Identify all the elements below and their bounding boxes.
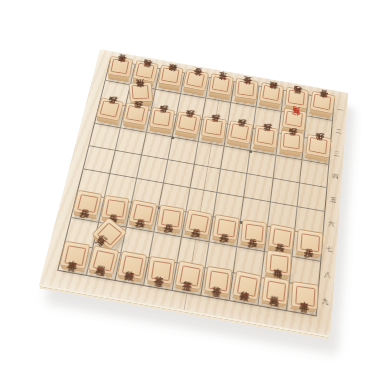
piece-sente-pawn: 歩兵 (268, 224, 296, 251)
piece-kanji: 歩兵 (249, 232, 258, 233)
piece-stamp-frame (266, 280, 286, 301)
piece-stamp-frame (205, 119, 223, 136)
piece-stamp-frame (150, 260, 171, 281)
rank-coordinate-label: 六 (324, 211, 338, 238)
piece-gote-pawn: 歩兵 (96, 97, 124, 121)
square-5-9: 王将 (173, 263, 206, 295)
piece-gote-pawn: 歩兵 (201, 116, 227, 140)
piece-stamp-frame (295, 285, 315, 306)
piece-stamp-frame (231, 124, 250, 141)
square-5-4 (195, 142, 225, 169)
piece-face: 香車 (292, 282, 318, 309)
piece-sente-knight: 桂馬 (261, 276, 289, 306)
piece-kanji: 歩兵 (83, 202, 92, 204)
piece-stamp-frame (179, 265, 200, 286)
piece-stamp-frame (162, 68, 180, 84)
piece-gote-pawn: 歩兵 (122, 102, 149, 126)
square-5-3: 歩兵 (199, 120, 228, 147)
piece-kanji: 金将 (156, 270, 165, 271)
star-point (249, 150, 252, 153)
piece-stamp-frame (187, 72, 206, 88)
piece-stamp-frame (111, 59, 130, 74)
rank-coordinate-label: 二 (332, 120, 345, 144)
piece-sente-pawn: 歩兵 (128, 199, 158, 226)
piece-kanji: 歩兵 (111, 207, 120, 208)
piece-sente-rook: 飛車 (265, 250, 292, 277)
piece-kanji: 角行 (106, 231, 113, 236)
piece-stamp-frame (64, 245, 86, 266)
piece-sente-pawn: 歩兵 (156, 205, 184, 231)
piece-face: 桂馬 (133, 61, 158, 82)
piece-gote-pawn: 歩兵 (149, 107, 175, 130)
piece-face: 歩兵 (228, 121, 252, 143)
square-6-7: 歩兵 (154, 208, 186, 238)
piece-sente-pawn: 歩兵 (296, 229, 323, 256)
piece-stamp-frame (216, 218, 236, 237)
piece-kanji: 香車 (70, 254, 79, 255)
piece-gote-bishop: 角行 (282, 108, 307, 132)
piece-sente-lance: 香車 (59, 241, 90, 270)
piece-kanji: 銀将 (242, 284, 251, 286)
piece-sente-silver: 銀将 (117, 251, 148, 280)
piece-kanji: 香車 (300, 295, 309, 296)
rank-coordinate-label: 四 (328, 164, 341, 189)
rank-coordinate-label: 八 (320, 261, 334, 289)
piece-gote-silver: 銀将 (259, 82, 284, 105)
piece-face: 金将 (147, 257, 174, 283)
square-4-9: 金将 (201, 268, 233, 300)
piece-kanji: 歩兵 (139, 212, 148, 214)
piece-gote-silver: 銀将 (158, 65, 184, 87)
piece-stamp-frame (92, 249, 115, 270)
piece-sente-knight: 桂馬 (88, 245, 120, 275)
square-2-9: 桂馬 (259, 278, 290, 310)
piece-kanji: 歩兵 (166, 217, 175, 218)
piece-kanji: 王将 (185, 274, 194, 276)
square-1-9: 香車 (287, 283, 318, 315)
piece-kanji: 金将 (214, 280, 223, 281)
piece-kanji: 歩兵 (194, 222, 203, 224)
piece-stamp-frame (208, 270, 228, 291)
square-3-9: 銀将 (230, 273, 262, 305)
piece-sente-pawn: 歩兵 (101, 195, 130, 221)
piece-kanji: 歩兵 (222, 227, 231, 229)
piece-stamp-frame (97, 222, 123, 245)
piece-stamp-frame (263, 85, 281, 101)
piece-kanji: 歩兵 (305, 241, 314, 242)
piece-sente-lance: 香車 (291, 281, 319, 310)
piece-kanji: 桂馬 (99, 259, 108, 261)
piece-stamp-frame (153, 110, 172, 126)
square-9-9: 香車 (58, 244, 93, 275)
piece-stamp-frame (236, 275, 257, 297)
piece-stamp-frame (272, 228, 291, 247)
star-point (171, 136, 174, 139)
piece-gote-rook: 飛車 (129, 82, 154, 102)
piece-stamp-frame (121, 255, 143, 276)
piece-stamp-frame (257, 128, 275, 145)
piece-face: 歩兵 (176, 112, 201, 134)
piece-gote-pawn: 歩兵 (305, 134, 331, 159)
piece-stamp-frame (188, 213, 209, 232)
piece-kanji: 桂馬 (271, 290, 280, 292)
piece-face: 金将 (184, 70, 208, 91)
piece-gote-lance: 香車 (310, 91, 336, 114)
square-3-3: 歩兵 (250, 129, 279, 156)
rank-coordinate-label: 一 (334, 99, 347, 122)
piece-gote-king: 玉将 (208, 73, 233, 96)
piece-sente-king: 王将 (174, 260, 204, 290)
piece-sente-silver: 銀将 (232, 270, 262, 300)
square-2-4 (274, 156, 303, 184)
piece-stamp-frame (161, 208, 181, 227)
piece-stamp-frame (285, 111, 303, 128)
square-3-7: 歩兵 (237, 222, 268, 252)
piece-stamp-frame (100, 101, 120, 118)
piece-kanji: 銀将 (128, 264, 137, 266)
piece-face: 歩兵 (306, 135, 330, 158)
piece-gote-pawn: 歩兵 (280, 130, 305, 153)
rank-coordinate-label: 七 (322, 236, 336, 264)
piece-stamp-frame (309, 137, 328, 154)
piece-stamp-frame (283, 133, 300, 150)
board-grid: 香車桂馬銀将金将玉将金将銀将桂馬香車飛車角行歩兵歩兵歩兵歩兵歩兵歩兵歩兵歩兵歩兵… (57, 59, 335, 316)
piece-face: 飛車 (130, 83, 152, 101)
piece-kanji: 飛車 (274, 262, 283, 263)
piece-gote-gold: 金将 (183, 69, 209, 92)
piece-stamp-frame (105, 199, 125, 217)
piece-kanji: 歩兵 (277, 236, 286, 238)
shogi-board: 香車桂馬銀将金将玉将金将銀将桂馬香車飛車角行歩兵歩兵歩兵歩兵歩兵歩兵歩兵歩兵歩兵… (39, 49, 348, 336)
rank-coordinate-label: 九 (318, 288, 333, 317)
piece-stamp-frame (244, 223, 263, 242)
piece-stamp-frame (178, 115, 197, 132)
piece-stamp-frame (132, 85, 149, 99)
board-surface: 香車桂馬銀将金将玉将金将銀将桂馬香車飛車角行歩兵歩兵歩兵歩兵歩兵歩兵歩兵歩兵歩兵… (39, 49, 348, 336)
piece-stamp-frame (269, 254, 288, 273)
piece-stamp-frame (238, 81, 255, 97)
piece-gote-pawn: 歩兵 (253, 125, 279, 149)
piece-face: 歩兵 (97, 98, 123, 120)
piece-face: 歩兵 (185, 210, 212, 235)
piece-stamp-frame (126, 106, 145, 123)
square-7-9: 銀将 (116, 253, 150, 285)
piece-face: 銀将 (260, 83, 283, 104)
piece-stamp-frame (313, 94, 332, 111)
rank-coordinate-label: 五 (326, 187, 340, 213)
piece-sente-pawn: 歩兵 (212, 214, 240, 241)
piece-gote-pawn: 歩兵 (227, 120, 254, 144)
square-3-4 (247, 151, 276, 179)
piece-gote-lance: 香車 (107, 56, 133, 78)
piece-gote-knight: 桂馬 (132, 60, 159, 83)
rank-coordinate-label: 三 (330, 142, 343, 166)
piece-stamp-frame (212, 77, 230, 93)
piece-sente-pawn: 歩兵 (72, 190, 102, 217)
product-photo: 香車桂馬銀将金将玉将金将銀将桂馬香車飛車角行歩兵歩兵歩兵歩兵歩兵歩兵歩兵歩兵歩兵… (0, 0, 380, 380)
piece-sente-gold: 金将 (146, 256, 175, 285)
piece-sente-pawn: 歩兵 (240, 219, 267, 245)
square-3-5 (244, 174, 274, 202)
piece-stamp-frame (132, 203, 153, 222)
piece-face: 香車 (311, 92, 335, 114)
piece-stamp-frame (136, 63, 155, 79)
piece-gote-knight: 桂馬 (285, 87, 309, 109)
piece-face: 角行 (283, 109, 306, 131)
piece-stamp-frame (77, 194, 98, 213)
piece-sente-gold: 金将 (204, 266, 233, 295)
piece-gote-pawn: 歩兵 (174, 111, 201, 135)
piece-gote-gold: 金将 (234, 78, 258, 100)
piece-stamp-frame (288, 90, 305, 106)
square-4-5 (217, 169, 247, 197)
piece-sente-pawn: 歩兵 (184, 209, 213, 236)
piece-stamp-frame (300, 233, 320, 252)
